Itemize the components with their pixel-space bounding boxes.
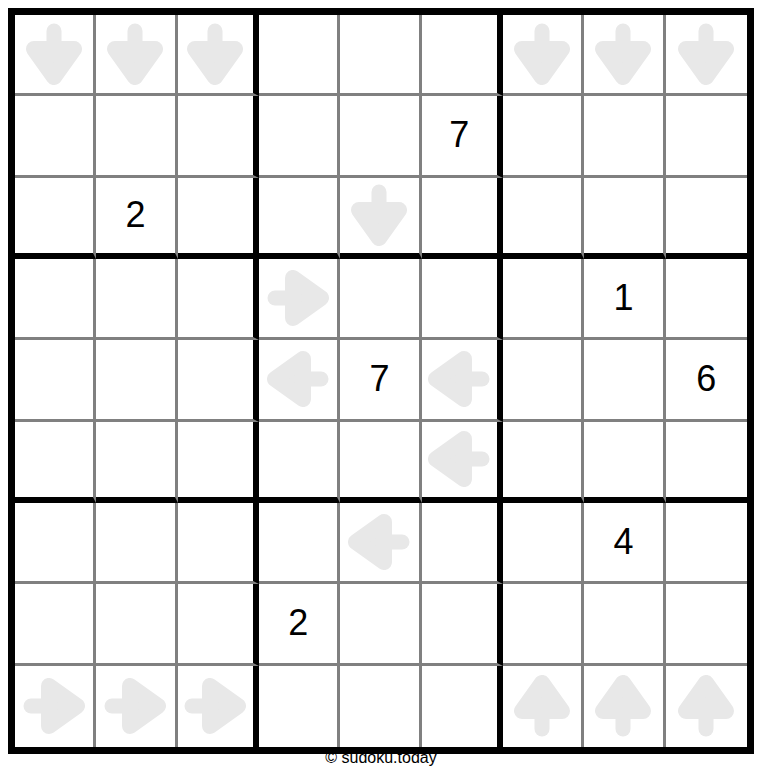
cell-r5c6[interactable] [422, 340, 503, 421]
cell-r3c3[interactable] [178, 178, 259, 259]
cell-r6c2[interactable] [96, 422, 177, 503]
cell-r2c4[interactable] [259, 96, 340, 177]
cell-r4c9[interactable] [666, 259, 747, 340]
copyright-text: © sudoku.today [8, 749, 754, 767]
given-digit: 2 [125, 197, 145, 233]
arrow-up-icon [595, 675, 651, 737]
cell-r2c5[interactable] [340, 96, 421, 177]
cell-r7c9[interactable] [666, 503, 747, 584]
sudoku-board: 7217642 [8, 8, 754, 754]
cell-r3c4[interactable] [259, 178, 340, 259]
cell-r6c6[interactable] [422, 422, 503, 503]
cell-r6c7[interactable] [503, 422, 584, 503]
cell-r1c1[interactable] [15, 15, 96, 96]
cell-r8c4[interactable]: 2 [259, 584, 340, 665]
cell-r4c5[interactable] [340, 259, 421, 340]
given-digit: 6 [696, 361, 716, 397]
cell-r4c2[interactable] [96, 259, 177, 340]
cell-r8c7[interactable] [503, 584, 584, 665]
cell-r8c9[interactable] [666, 584, 747, 665]
cell-r2c6[interactable]: 7 [422, 96, 503, 177]
cell-r2c3[interactable] [178, 96, 259, 177]
arrow-right-icon [23, 678, 85, 734]
cell-r7c5[interactable] [340, 503, 421, 584]
cell-r3c8[interactable] [584, 178, 665, 259]
cell-r7c8[interactable]: 4 [584, 503, 665, 584]
cell-r4c6[interactable] [422, 259, 503, 340]
cell-r2c8[interactable] [584, 96, 665, 177]
cell-r5c8[interactable] [584, 340, 665, 421]
cell-r9c4[interactable] [259, 666, 340, 747]
cell-r5c3[interactable] [178, 340, 259, 421]
cell-r5c2[interactable] [96, 340, 177, 421]
cell-r6c3[interactable] [178, 422, 259, 503]
cell-r8c1[interactable] [15, 584, 96, 665]
cell-r3c2[interactable]: 2 [96, 178, 177, 259]
cell-r4c8[interactable]: 1 [584, 259, 665, 340]
cell-r9c6[interactable] [422, 666, 503, 747]
cell-r6c4[interactable] [259, 422, 340, 503]
cell-r1c9[interactable] [666, 15, 747, 96]
cell-r3c7[interactable] [503, 178, 584, 259]
given-digit: 2 [288, 605, 308, 641]
given-digit: 1 [613, 280, 633, 316]
given-digit: 4 [613, 524, 633, 560]
cell-r8c6[interactable] [422, 584, 503, 665]
cell-r4c4[interactable] [259, 259, 340, 340]
cell-r6c1[interactable] [15, 422, 96, 503]
cell-r4c3[interactable] [178, 259, 259, 340]
arrow-down-icon [187, 23, 243, 85]
cell-r1c6[interactable] [422, 15, 503, 96]
cell-r8c2[interactable] [96, 584, 177, 665]
cell-r5c1[interactable] [15, 340, 96, 421]
cell-r6c9[interactable] [666, 422, 747, 503]
arrow-up-icon [678, 675, 734, 737]
arrow-up-icon [514, 675, 570, 737]
cell-r3c5[interactable] [340, 178, 421, 259]
arrow-left-icon [428, 431, 490, 487]
cell-r5c9[interactable]: 6 [666, 340, 747, 421]
cell-r7c1[interactable] [15, 503, 96, 584]
cell-r4c1[interactable] [15, 259, 96, 340]
cell-r7c7[interactable] [503, 503, 584, 584]
given-digit: 7 [369, 361, 389, 397]
cell-r6c8[interactable] [584, 422, 665, 503]
cell-r9c9[interactable] [666, 666, 747, 747]
given-digit: 7 [449, 117, 469, 153]
cell-r5c4[interactable] [259, 340, 340, 421]
cell-r8c5[interactable] [340, 584, 421, 665]
cell-r8c3[interactable] [178, 584, 259, 665]
cell-r6c5[interactable] [340, 422, 421, 503]
cell-r9c8[interactable] [584, 666, 665, 747]
cell-r1c8[interactable] [584, 15, 665, 96]
arrow-right-icon [267, 270, 329, 326]
cell-r9c1[interactable] [15, 666, 96, 747]
cell-r9c7[interactable] [503, 666, 584, 747]
arrow-down-icon [107, 23, 163, 85]
arrow-left-icon [428, 351, 490, 407]
arrow-left-icon [348, 514, 410, 570]
cell-r9c2[interactable] [96, 666, 177, 747]
cell-r1c4[interactable] [259, 15, 340, 96]
arrow-down-icon [678, 23, 734, 85]
cell-r9c3[interactable] [178, 666, 259, 747]
cell-r7c3[interactable] [178, 503, 259, 584]
cell-r1c7[interactable] [503, 15, 584, 96]
cell-r5c7[interactable] [503, 340, 584, 421]
cell-r2c7[interactable] [503, 96, 584, 177]
cell-r5c5[interactable]: 7 [340, 340, 421, 421]
arrow-down-icon [351, 184, 407, 246]
cell-r4c7[interactable] [503, 259, 584, 340]
cell-r2c2[interactable] [96, 96, 177, 177]
cell-r3c6[interactable] [422, 178, 503, 259]
cell-r1c3[interactable] [178, 15, 259, 96]
cell-r1c2[interactable] [96, 15, 177, 96]
cell-r3c1[interactable] [15, 178, 96, 259]
arrow-down-icon [26, 23, 82, 85]
cell-r1c5[interactable] [340, 15, 421, 96]
cell-r7c2[interactable] [96, 503, 177, 584]
arrow-right-icon [104, 678, 166, 734]
arrow-left-icon [267, 351, 329, 407]
cell-r7c4[interactable] [259, 503, 340, 584]
arrow-right-icon [184, 678, 246, 734]
cell-r8c8[interactable] [584, 584, 665, 665]
cell-r2c1[interactable] [15, 96, 96, 177]
cell-r2c9[interactable] [666, 96, 747, 177]
cell-r9c5[interactable] [340, 666, 421, 747]
cell-r7c6[interactable] [422, 503, 503, 584]
arrow-down-icon [595, 23, 651, 85]
cell-r3c9[interactable] [666, 178, 747, 259]
arrow-down-icon [514, 23, 570, 85]
